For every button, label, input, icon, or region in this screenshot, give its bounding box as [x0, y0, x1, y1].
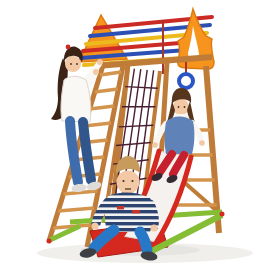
- boy-hand: [151, 225, 158, 232]
- girl-climbing-eye: [76, 63, 78, 65]
- base-rail-cap: [220, 212, 225, 217]
- girl-climbing-hair-clip: [66, 45, 71, 50]
- girl-climbing-eye: [70, 63, 72, 65]
- girl-slide-overalls: [165, 117, 195, 154]
- girl-climbing-hand: [97, 59, 103, 65]
- product-photo: [0, 0, 280, 280]
- girl-slide-eye: [178, 106, 180, 108]
- girl-slide-face: [173, 99, 189, 115]
- ladder-foot-cap: [47, 239, 52, 244]
- boy-eye: [122, 180, 124, 182]
- boy-face: [117, 171, 140, 194]
- boy-hand: [92, 223, 99, 230]
- climbing-frame-scene: [0, 0, 280, 280]
- girl-slide-eye: [184, 106, 186, 108]
- girl-climbing-sweater: [61, 76, 91, 122]
- girl-slide-hand: [152, 142, 158, 148]
- boy-sweater-print: [117, 206, 124, 209]
- boy-pants-leg: [140, 232, 147, 250]
- boy-sweater-print: [132, 210, 140, 213]
- girl-slide-hand: [199, 140, 205, 146]
- girl-climbing-face: [65, 56, 81, 72]
- girl-climbing-hand: [93, 69, 99, 75]
- boy-eye: [131, 180, 133, 182]
